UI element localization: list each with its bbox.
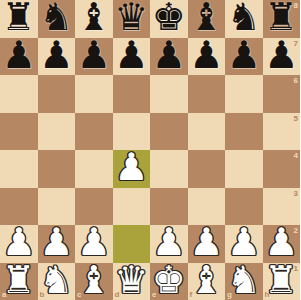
- square-d1[interactable]: ♛d: [113, 263, 151, 300]
- piece-black-pawn[interactable]: ♟: [77, 37, 111, 75]
- piece-white-pawn[interactable]: ♟: [39, 224, 73, 262]
- piece-black-pawn[interactable]: ♟: [189, 37, 223, 75]
- square-d8[interactable]: ♛: [113, 0, 151, 38]
- coord-rank-3: 3: [294, 190, 298, 198]
- square-g4[interactable]: [225, 150, 263, 188]
- piece-black-king[interactable]: ♚: [152, 0, 186, 37]
- coord-file-e: e: [152, 291, 156, 299]
- square-f6[interactable]: [188, 75, 226, 113]
- piece-white-pawn[interactable]: ♟: [114, 149, 148, 187]
- square-c5[interactable]: [75, 113, 113, 151]
- square-c2[interactable]: ♟: [75, 225, 113, 263]
- piece-white-bishop[interactable]: ♝: [189, 262, 223, 300]
- coord-file-f: f: [190, 291, 193, 299]
- piece-black-pawn[interactable]: ♟: [114, 37, 148, 75]
- coord-rank-7: 7: [294, 40, 298, 48]
- square-e8[interactable]: ♚: [150, 0, 188, 38]
- square-a8[interactable]: ♜: [0, 0, 38, 38]
- piece-white-pawn[interactable]: ♟: [152, 224, 186, 262]
- piece-black-pawn[interactable]: ♟: [2, 37, 36, 75]
- square-g5[interactable]: [225, 113, 263, 151]
- square-b2[interactable]: ♟: [38, 225, 76, 263]
- coord-file-b: b: [40, 291, 45, 299]
- square-b5[interactable]: [38, 113, 76, 151]
- square-b7[interactable]: ♟: [38, 38, 76, 76]
- square-h5[interactable]: 5: [263, 113, 301, 151]
- square-d2[interactable]: [113, 225, 151, 263]
- square-f1[interactable]: ♝f: [188, 263, 226, 300]
- square-d6[interactable]: [113, 75, 151, 113]
- coord-file-a: a: [2, 291, 6, 299]
- coord-file-h: h: [265, 291, 270, 299]
- piece-black-pawn[interactable]: ♟: [227, 37, 261, 75]
- piece-white-pawn[interactable]: ♟: [2, 224, 36, 262]
- square-b4[interactable]: [38, 150, 76, 188]
- square-a2[interactable]: ♟: [0, 225, 38, 263]
- square-e5[interactable]: [150, 113, 188, 151]
- piece-black-bishop[interactable]: ♝: [189, 0, 223, 37]
- square-h6[interactable]: 6: [263, 75, 301, 113]
- square-g1[interactable]: ♞g: [225, 263, 263, 300]
- piece-black-pawn[interactable]: ♟: [39, 37, 73, 75]
- square-b1[interactable]: ♞b: [38, 263, 76, 300]
- square-e2[interactable]: ♟: [150, 225, 188, 263]
- square-c4[interactable]: [75, 150, 113, 188]
- coord-file-c: c: [77, 291, 81, 299]
- square-h8[interactable]: ♜8: [263, 0, 301, 38]
- piece-white-rook[interactable]: ♜: [2, 262, 36, 300]
- piece-white-pawn[interactable]: ♟: [77, 224, 111, 262]
- piece-black-pawn[interactable]: ♟: [152, 37, 186, 75]
- coord-rank-1: 1: [294, 265, 298, 273]
- coord-rank-2: 2: [294, 227, 298, 235]
- square-a7[interactable]: ♟: [0, 38, 38, 76]
- coord-file-g: g: [227, 291, 232, 299]
- piece-black-queen[interactable]: ♛: [114, 0, 148, 37]
- coord-rank-5: 5: [294, 115, 298, 123]
- piece-white-pawn[interactable]: ♟: [189, 224, 223, 262]
- square-b6[interactable]: [38, 75, 76, 113]
- square-c6[interactable]: [75, 75, 113, 113]
- square-g8[interactable]: ♞: [225, 0, 263, 38]
- square-a6[interactable]: [0, 75, 38, 113]
- piece-white-king[interactable]: ♚: [152, 262, 186, 300]
- square-c8[interactable]: ♝: [75, 0, 113, 38]
- square-h7[interactable]: ♟7: [263, 38, 301, 76]
- square-d7[interactable]: ♟: [113, 38, 151, 76]
- square-h2[interactable]: ♟2: [263, 225, 301, 263]
- piece-black-bishop[interactable]: ♝: [77, 0, 111, 37]
- piece-white-bishop[interactable]: ♝: [77, 262, 111, 300]
- square-a1[interactable]: ♜a: [0, 263, 38, 300]
- square-e7[interactable]: ♟: [150, 38, 188, 76]
- square-f4[interactable]: [188, 150, 226, 188]
- square-f2[interactable]: ♟: [188, 225, 226, 263]
- square-h1[interactable]: ♜1h: [263, 263, 301, 300]
- coord-rank-4: 4: [294, 152, 298, 160]
- piece-black-rook[interactable]: ♜: [2, 0, 36, 37]
- square-f7[interactable]: ♟: [188, 38, 226, 76]
- square-e1[interactable]: ♚e: [150, 263, 188, 300]
- square-d4[interactable]: ♟: [113, 150, 151, 188]
- square-a5[interactable]: [0, 113, 38, 151]
- square-f8[interactable]: ♝: [188, 0, 226, 38]
- square-c1[interactable]: ♝c: [75, 263, 113, 300]
- square-g7[interactable]: ♟: [225, 38, 263, 76]
- square-e4[interactable]: [150, 150, 188, 188]
- square-g2[interactable]: ♟: [225, 225, 263, 263]
- coord-rank-8: 8: [294, 2, 298, 10]
- piece-white-pawn[interactable]: ♟: [227, 224, 261, 262]
- square-b8[interactable]: ♞: [38, 0, 76, 38]
- piece-black-knight[interactable]: ♞: [39, 0, 73, 37]
- piece-black-knight[interactable]: ♞: [227, 0, 261, 37]
- coord-file-d: d: [115, 291, 120, 299]
- square-c7[interactable]: ♟: [75, 38, 113, 76]
- square-h4[interactable]: 4: [263, 150, 301, 188]
- square-d3[interactable]: [113, 188, 151, 226]
- chess-board: ♜♞♝♛♚♝♞♜8♟♟♟♟♟♟♟♟765♟43♟♟♟♟♟♟♟2♜a♞b♝c♛d♚…: [0, 0, 300, 300]
- coord-rank-6: 6: [294, 77, 298, 85]
- square-a4[interactable]: [0, 150, 38, 188]
- square-e6[interactable]: [150, 75, 188, 113]
- square-g6[interactable]: [225, 75, 263, 113]
- square-f5[interactable]: [188, 113, 226, 151]
